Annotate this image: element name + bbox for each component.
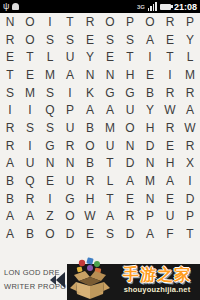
network-type-icon: 3G (137, 4, 145, 10)
grid-cell[interactable]: B (0, 172, 20, 190)
grid-cell[interactable]: T (20, 48, 40, 66)
grid-cell[interactable]: R (180, 84, 200, 102)
grid-cell[interactable]: H (80, 190, 100, 208)
grid-cell[interactable]: E (80, 225, 100, 243)
grid-cell[interactable]: R (180, 137, 200, 155)
grid-cell[interactable]: E (160, 137, 180, 155)
grid-cell[interactable]: G (100, 84, 120, 102)
grid-cell[interactable]: T (100, 155, 120, 173)
grid-cell[interactable]: B (20, 225, 40, 243)
grid-cell[interactable]: P (140, 208, 160, 226)
grid-cell[interactable]: A (0, 208, 20, 226)
grid-cell[interactable]: N (0, 13, 20, 31)
grid-cell[interactable]: A (140, 31, 160, 49)
status-left-icons: ψ (3, 0, 19, 13)
grid-cell[interactable]: S (100, 31, 120, 49)
grid-cell[interactable]: O (140, 13, 160, 31)
grid-cell[interactable]: A (80, 101, 100, 119)
grid-cell[interactable]: W (180, 119, 200, 137)
grid-cell[interactable]: T (180, 225, 200, 243)
grid-cell[interactable]: I (0, 101, 20, 119)
grid-cell[interactable]: R (80, 13, 100, 31)
grid-cell[interactable]: U (160, 208, 180, 226)
grid-cell[interactable]: A (0, 155, 20, 173)
grid-cell[interactable]: E (20, 66, 40, 84)
signal-icon (148, 2, 157, 11)
status-clock: 21:08 (174, 2, 197, 12)
grid-cell[interactable]: U (100, 137, 120, 155)
grid-cell[interactable]: P (120, 13, 140, 31)
grid-cell[interactable]: T (160, 48, 180, 66)
grid-cell[interactable]: N (40, 155, 60, 173)
chevron-left-icon (50, 275, 56, 285)
grid-cell[interactable]: I (20, 137, 40, 155)
grid-cell[interactable]: N (120, 137, 140, 155)
grid-cell[interactable]: N (140, 155, 160, 173)
grid-cell[interactable]: R (160, 119, 180, 137)
grid-cell[interactable]: E (160, 31, 180, 49)
grid-cell[interactable]: R (20, 190, 40, 208)
grid-cell[interactable]: O (80, 137, 100, 155)
grid-cell[interactable]: O (20, 31, 40, 49)
grid-cell[interactable]: Y (180, 31, 200, 49)
grid-cell[interactable]: S (40, 119, 60, 137)
grid-cell[interactable]: D (140, 137, 160, 155)
grid-cell[interactable]: H (120, 66, 140, 84)
grid-cell[interactable]: R (80, 172, 100, 190)
grid-cell[interactable]: Q (40, 101, 60, 119)
grid-cell[interactable]: T (120, 48, 140, 66)
grid-cell[interactable]: L (100, 172, 120, 190)
grid-cell[interactable]: E (80, 31, 100, 49)
grid-cell[interactable]: M (20, 84, 40, 102)
grid-cell[interactable]: L (40, 48, 60, 66)
grid-cell[interactable]: A (140, 225, 160, 243)
grid-cell[interactable]: N (80, 66, 100, 84)
grid-cell[interactable]: Q (20, 172, 40, 190)
grid-cell[interactable]: E (0, 48, 20, 66)
grid-cell[interactable]: T (100, 190, 120, 208)
grid-cell[interactable]: F (160, 225, 180, 243)
grid-cell[interactable]: R (60, 137, 80, 155)
word-grid: NOITROPORPROSSESSAEYETLUYETITLTEMANNHEIM… (0, 13, 200, 243)
grid-cell[interactable]: H (160, 155, 180, 173)
grid-cell[interactable]: S (120, 31, 140, 49)
grid-cell[interactable]: O (60, 208, 80, 226)
grid-cell[interactable]: O (100, 13, 120, 31)
grid-cell[interactable]: M (100, 119, 120, 137)
grid-cell[interactable]: P (180, 13, 200, 31)
gift-box-icon (68, 255, 114, 300)
grid-cell[interactable]: A (20, 208, 40, 226)
grid-cell[interactable]: M (40, 66, 60, 84)
grid-cell[interactable]: E (120, 190, 140, 208)
status-bar: ψ 3G 21:08 (0, 0, 200, 13)
grid-cell[interactable]: I (40, 13, 60, 31)
grid-cell[interactable]: R (0, 137, 20, 155)
grid-cell[interactable]: N (140, 190, 160, 208)
grid-cell[interactable]: I (40, 190, 60, 208)
grid-cell[interactable]: A (100, 208, 120, 226)
word-search-app: ψ 3G 21:08 NOITROPORPROSSESSAEYETLUYETIT… (0, 0, 200, 300)
grid-cell[interactable]: S (40, 84, 60, 102)
grid-cell[interactable]: D (120, 225, 140, 243)
grid-cell[interactable]: R (120, 208, 140, 226)
grid-cell[interactable]: E (140, 66, 160, 84)
grid-cell[interactable]: R (160, 13, 180, 31)
grid-cell[interactable]: U (60, 48, 80, 66)
grid-cell[interactable]: A (0, 225, 20, 243)
grid-cell[interactable]: S (60, 31, 80, 49)
site-url: shouyouzhijia.net (115, 285, 199, 294)
grid-cell[interactable]: W (80, 208, 100, 226)
grid-cell[interactable]: A (180, 101, 200, 119)
grid-cell[interactable]: A (160, 172, 180, 190)
grid-cell[interactable]: T (0, 66, 20, 84)
grid-cell[interactable]: A (100, 101, 120, 119)
grid-cell[interactable]: I (140, 48, 160, 66)
grid-cell[interactable]: D (120, 155, 140, 173)
grid-cell[interactable]: R (160, 84, 180, 102)
grid-cell[interactable]: I (60, 84, 80, 102)
grid-cell[interactable]: R (0, 31, 20, 49)
grid-cell[interactable]: E (100, 48, 120, 66)
grid-cell[interactable]: S (40, 31, 60, 49)
grid-cell[interactable]: P (60, 101, 80, 119)
site-name: 手游之家 (115, 265, 199, 284)
grid-cell[interactable]: M (140, 172, 160, 190)
grid-cell[interactable]: D (180, 190, 200, 208)
grid-cell[interactable]: U (60, 172, 80, 190)
grid-cell[interactable]: R (0, 119, 20, 137)
grid-cell[interactable]: H (140, 119, 160, 137)
grid-cell[interactable]: O (40, 225, 60, 243)
grid-cell[interactable]: X (180, 155, 200, 173)
grid-cell[interactable]: Y (140, 101, 160, 119)
notification-icon (12, 3, 19, 10)
grid-cell[interactable]: G (120, 84, 140, 102)
grid-cell[interactable]: A (60, 66, 80, 84)
grid-cell[interactable]: A (120, 172, 140, 190)
grid-cell[interactable]: Y (80, 48, 100, 66)
grid-cell[interactable]: I (180, 172, 200, 190)
grid-cell[interactable]: E (40, 172, 60, 190)
grid-cell[interactable]: P (180, 208, 200, 226)
grid-cell[interactable]: O (20, 13, 40, 31)
grid-cell[interactable]: B (80, 155, 100, 173)
grid-cell[interactable]: N (100, 66, 120, 84)
grid-cell[interactable]: G (40, 137, 60, 155)
grid-cell[interactable]: B (140, 84, 160, 102)
watermark-text: 手游之家 shouyouzhijia.net (115, 265, 199, 294)
grid-cell[interactable]: T (60, 13, 80, 31)
grid-cell[interactable]: S (20, 119, 40, 137)
grid-cell[interactable]: K (80, 84, 100, 102)
grid-cell[interactable]: L (180, 48, 200, 66)
status-right-icons: 3G 21:08 (137, 2, 197, 12)
grid-cell[interactable]: B (0, 190, 20, 208)
grid-cell[interactable]: M (180, 66, 200, 84)
grid-cell[interactable]: N (60, 155, 80, 173)
grid-cell[interactable]: S (0, 84, 20, 102)
grid-cell[interactable]: W (160, 101, 180, 119)
battery-icon (160, 4, 171, 10)
watermark-banner: 手游之家 shouyouzhijia.net (67, 264, 200, 300)
grid-cell[interactable]: G (60, 190, 80, 208)
grid-cell[interactable]: I (20, 101, 40, 119)
grid-cell[interactable]: Z (40, 208, 60, 226)
grid-cell[interactable]: S (100, 225, 120, 243)
grid-cell[interactable]: B (80, 119, 100, 137)
grid-cell[interactable]: U (20, 155, 40, 173)
grid-cell[interactable]: U (60, 119, 80, 137)
grid-cell[interactable]: D (60, 225, 80, 243)
grid-cell[interactable]: I (160, 66, 180, 84)
grid-cell[interactable]: E (160, 190, 180, 208)
chevron-left-icon (56, 272, 65, 288)
usb-icon: ψ (3, 0, 9, 13)
grid-cell[interactable]: U (120, 101, 140, 119)
grid-cell[interactable]: O (120, 119, 140, 137)
